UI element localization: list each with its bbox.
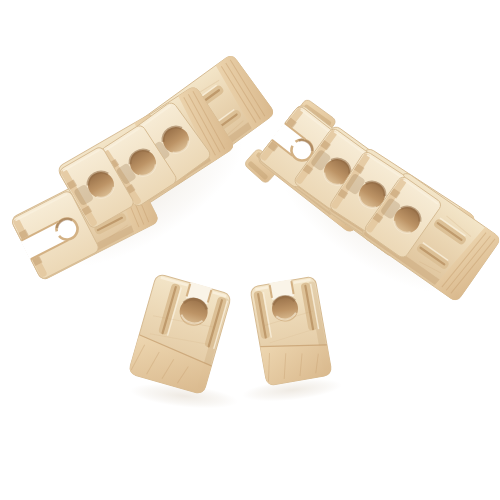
piece-front-left [128,272,232,394]
piece-front-right [250,275,333,386]
wooden-track-pieces-image [0,0,500,500]
product-photo [0,0,500,500]
wood-pieces [10,54,500,395]
